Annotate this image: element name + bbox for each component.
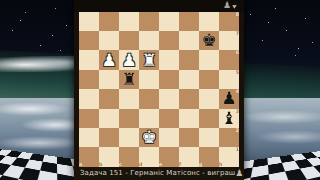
puzzle-caption: Задача 151 - Германіс Матісонс - виграш: [80, 169, 235, 177]
pawn-icon: ♟: [235, 169, 243, 178]
white-rook: ♜: [141, 52, 156, 69]
square-h4[interactable]: 4♟: [219, 89, 239, 108]
square-h8[interactable]: 8: [219, 12, 239, 31]
square-b3[interactable]: [99, 109, 119, 128]
square-b7[interactable]: [99, 31, 119, 50]
square-f4[interactable]: [179, 89, 199, 108]
square-d6[interactable]: ♜: [139, 50, 159, 69]
black-pawn: ♟: [221, 90, 236, 107]
square-h1[interactable]: 1h: [219, 147, 239, 166]
square-b8[interactable]: [99, 12, 119, 31]
rank-label-2: 2: [236, 128, 239, 133]
square-c7[interactable]: [119, 31, 139, 50]
square-g6[interactable]: [199, 50, 219, 69]
chess-board: 8♚7♟♟♜6♜54♟3♝♚2abcdefg1h: [79, 12, 239, 167]
square-h5[interactable]: 5: [219, 70, 239, 89]
stars: [0, 0, 1, 1]
square-c4[interactable]: [119, 89, 139, 108]
square-e3[interactable]: [159, 109, 179, 128]
square-g5[interactable]: [199, 70, 219, 89]
square-e7[interactable]: [159, 31, 179, 50]
white-pawn: ♟: [101, 52, 116, 69]
side-to-move-pawn-icon: ♟: [223, 1, 231, 10]
square-f8[interactable]: [179, 12, 199, 31]
square-h6[interactable]: 6: [219, 50, 239, 69]
square-g7[interactable]: ♚: [199, 31, 219, 50]
square-e5[interactable]: [159, 70, 179, 89]
square-d4[interactable]: [139, 89, 159, 108]
file-label-b: b: [99, 162, 102, 167]
square-b5[interactable]: [99, 70, 119, 89]
white-pawn: ♟: [121, 52, 136, 69]
square-a2[interactable]: [79, 128, 99, 147]
square-g2[interactable]: [199, 128, 219, 147]
file-label-h: h: [219, 162, 222, 167]
chess-app-window: ♟ 8♚7♟♟♜6♜54♟3♝♚2abcdefg1h Задача 151 - …: [74, 0, 244, 180]
white-king: ♚: [141, 129, 156, 146]
square-e1[interactable]: e: [159, 147, 179, 166]
square-c6[interactable]: ♟: [119, 50, 139, 69]
square-f5[interactable]: [179, 70, 199, 89]
square-a6[interactable]: [79, 50, 99, 69]
square-f2[interactable]: [179, 128, 199, 147]
black-king: ♚: [201, 32, 216, 49]
square-g1[interactable]: g: [199, 147, 219, 166]
square-g3[interactable]: [199, 109, 219, 128]
square-d8[interactable]: [139, 12, 159, 31]
black-bishop: ♝: [221, 110, 236, 127]
rank-label-6: 6: [236, 50, 239, 55]
rank-label-4: 4: [236, 89, 239, 94]
square-e8[interactable]: [159, 12, 179, 31]
square-b4[interactable]: [99, 89, 119, 108]
rank-label-3: 3: [236, 109, 239, 114]
file-label-g: g: [199, 162, 202, 167]
square-c1[interactable]: c: [119, 147, 139, 166]
caption-bar: Задача 151 - Германіс Матісонс - виграш …: [74, 167, 244, 180]
square-h3[interactable]: 3♝: [219, 109, 239, 128]
square-d5[interactable]: [139, 70, 159, 89]
square-f6[interactable]: [179, 50, 199, 69]
square-e6[interactable]: [159, 50, 179, 69]
square-f7[interactable]: [179, 31, 199, 50]
square-c5[interactable]: ♜: [119, 70, 139, 89]
square-h7[interactable]: 7: [219, 31, 239, 50]
square-e4[interactable]: [159, 89, 179, 108]
foam-patch: [240, 110, 320, 124]
square-a8[interactable]: [79, 12, 99, 31]
square-d3[interactable]: [139, 109, 159, 128]
square-e2[interactable]: [159, 128, 179, 147]
square-g8[interactable]: [199, 12, 219, 31]
rank-label-1: 1: [236, 147, 239, 152]
file-label-d: d: [139, 162, 142, 167]
square-f1[interactable]: f: [179, 147, 199, 166]
square-a7[interactable]: [79, 31, 99, 50]
black-rook: ♜: [121, 71, 136, 88]
file-label-c: c: [119, 162, 122, 167]
square-d1[interactable]: d: [139, 147, 159, 166]
square-c2[interactable]: [119, 128, 139, 147]
square-a3[interactable]: [79, 109, 99, 128]
file-label-f: f: [179, 162, 181, 167]
file-label-a: a: [79, 162, 82, 167]
square-a4[interactable]: [79, 89, 99, 108]
rank-label-8: 8: [236, 12, 239, 17]
rank-label-5: 5: [236, 70, 239, 75]
square-g4[interactable]: [199, 89, 219, 108]
square-c3[interactable]: [119, 109, 139, 128]
scene: ♟ 8♚7♟♟♜6♜54♟3♝♚2abcdefg1h Задача 151 - …: [0, 0, 320, 180]
square-b1[interactable]: b: [99, 147, 119, 166]
square-b6[interactable]: ♟: [99, 50, 119, 69]
file-label-e: e: [159, 162, 162, 167]
rank-label-7: 7: [236, 31, 239, 36]
square-d2[interactable]: ♚: [139, 128, 159, 147]
top-bar: ♟: [74, 0, 244, 12]
square-f3[interactable]: [179, 109, 199, 128]
square-a1[interactable]: a: [79, 147, 99, 166]
square-d7[interactable]: [139, 31, 159, 50]
square-c8[interactable]: [119, 12, 139, 31]
square-a5[interactable]: [79, 70, 99, 89]
square-h2[interactable]: 2: [219, 128, 239, 147]
square-b2[interactable]: [99, 128, 119, 147]
cursor-icon: [232, 3, 238, 9]
